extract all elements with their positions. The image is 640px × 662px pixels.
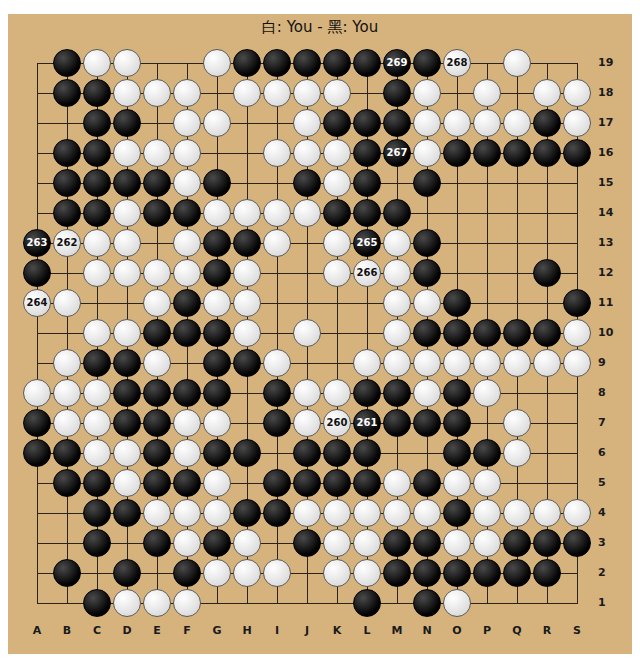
white-stone-Q6[interactable] bbox=[503, 439, 531, 467]
white-stone-G2[interactable] bbox=[203, 559, 231, 587]
black-stone-J3[interactable] bbox=[293, 529, 321, 557]
white-stone-C12[interactable] bbox=[83, 259, 111, 287]
white-stone-S9[interactable] bbox=[563, 349, 591, 377]
white-stone-J16[interactable] bbox=[293, 139, 321, 167]
black-stone-C3[interactable] bbox=[83, 529, 111, 557]
white-stone-B7[interactable] bbox=[53, 409, 81, 437]
white-stone-K8[interactable] bbox=[323, 379, 351, 407]
black-stone-265-L13[interactable]: 265 bbox=[353, 229, 381, 257]
column-label-P: P bbox=[472, 624, 502, 637]
white-stone-R9[interactable] bbox=[533, 349, 561, 377]
white-stone-D5[interactable] bbox=[113, 469, 141, 497]
black-stone-F11[interactable] bbox=[173, 289, 201, 317]
black-stone-C18[interactable] bbox=[83, 79, 111, 107]
black-stone-J6[interactable] bbox=[293, 439, 321, 467]
black-stone-M2[interactable] bbox=[383, 559, 411, 587]
white-stone-P5[interactable] bbox=[473, 469, 501, 497]
white-stone-G17[interactable] bbox=[203, 109, 231, 137]
black-stone-C5[interactable] bbox=[83, 469, 111, 497]
black-stone-I5[interactable] bbox=[263, 469, 291, 497]
black-stone-E15[interactable] bbox=[143, 169, 171, 197]
white-stone-E11[interactable] bbox=[143, 289, 171, 317]
white-stone-G14[interactable] bbox=[203, 199, 231, 227]
black-stone-B2[interactable] bbox=[53, 559, 81, 587]
white-stone-G5[interactable] bbox=[203, 469, 231, 497]
white-stone-M9[interactable] bbox=[383, 349, 411, 377]
black-stone-D4[interactable] bbox=[113, 499, 141, 527]
black-stone-P6[interactable] bbox=[473, 439, 501, 467]
white-stone-S10[interactable] bbox=[563, 319, 591, 347]
column-label-J: J bbox=[292, 624, 322, 637]
row-label-13: 13 bbox=[598, 236, 638, 249]
white-stone-M5[interactable] bbox=[383, 469, 411, 497]
white-stone-F1[interactable] bbox=[173, 589, 201, 617]
row-label-11: 11 bbox=[598, 296, 638, 309]
black-stone-N10[interactable] bbox=[413, 319, 441, 347]
white-stone-P9[interactable] bbox=[473, 349, 501, 377]
black-stone-O4[interactable] bbox=[443, 499, 471, 527]
white-stone-D10[interactable] bbox=[113, 319, 141, 347]
white-stone-F18[interactable] bbox=[173, 79, 201, 107]
white-stone-I14[interactable] bbox=[263, 199, 291, 227]
black-stone-L8[interactable] bbox=[353, 379, 381, 407]
row-label-7: 7 bbox=[598, 416, 638, 429]
row-label-14: 14 bbox=[598, 206, 638, 219]
black-stone-R3[interactable] bbox=[533, 529, 561, 557]
white-stone-J18[interactable] bbox=[293, 79, 321, 107]
row-label-6: 6 bbox=[598, 446, 638, 459]
row-label-12: 12 bbox=[598, 266, 638, 279]
black-stone-O16[interactable] bbox=[443, 139, 471, 167]
white-stone-S4[interactable] bbox=[563, 499, 591, 527]
black-stone-F5[interactable] bbox=[173, 469, 201, 497]
black-stone-R10[interactable] bbox=[533, 319, 561, 347]
white-stone-H18[interactable] bbox=[233, 79, 261, 107]
white-stone-L2[interactable] bbox=[353, 559, 381, 587]
white-stone-D13[interactable] bbox=[113, 229, 141, 257]
column-label-R: R bbox=[532, 624, 562, 637]
black-stone-269-M19[interactable]: 269 bbox=[383, 49, 411, 77]
white-stone-N4[interactable] bbox=[413, 499, 441, 527]
white-stone-N11[interactable] bbox=[413, 289, 441, 317]
black-stone-D9[interactable] bbox=[113, 349, 141, 377]
black-stone-G3[interactable] bbox=[203, 529, 231, 557]
black-stone-S16[interactable] bbox=[563, 139, 591, 167]
black-stone-C15[interactable] bbox=[83, 169, 111, 197]
black-stone-E8[interactable] bbox=[143, 379, 171, 407]
white-stone-F3[interactable] bbox=[173, 529, 201, 557]
row-label-18: 18 bbox=[598, 86, 638, 99]
black-stone-261-L7[interactable]: 261 bbox=[353, 409, 381, 437]
white-stone-I2[interactable] bbox=[263, 559, 291, 587]
black-stone-K6[interactable] bbox=[323, 439, 351, 467]
black-stone-I8[interactable] bbox=[263, 379, 291, 407]
white-stone-Q4[interactable] bbox=[503, 499, 531, 527]
white-stone-H2[interactable] bbox=[233, 559, 261, 587]
column-label-B: B bbox=[52, 624, 82, 637]
white-stone-K3[interactable] bbox=[323, 529, 351, 557]
black-stone-O6[interactable] bbox=[443, 439, 471, 467]
column-label-A: A bbox=[22, 624, 52, 637]
black-stone-R2[interactable] bbox=[533, 559, 561, 587]
black-stone-C4[interactable] bbox=[83, 499, 111, 527]
black-stone-J15[interactable] bbox=[293, 169, 321, 197]
column-label-N: N bbox=[412, 624, 442, 637]
black-stone-F2[interactable] bbox=[173, 559, 201, 587]
black-stone-G8[interactable] bbox=[203, 379, 231, 407]
black-stone-263-A13[interactable]: 263 bbox=[23, 229, 51, 257]
white-stone-264-A11[interactable]: 264 bbox=[23, 289, 51, 317]
row-label-9: 9 bbox=[598, 356, 638, 369]
white-stone-D14[interactable] bbox=[113, 199, 141, 227]
black-stone-C14[interactable] bbox=[83, 199, 111, 227]
white-stone-J14[interactable] bbox=[293, 199, 321, 227]
white-stone-G4[interactable] bbox=[203, 499, 231, 527]
white-stone-J4[interactable] bbox=[293, 499, 321, 527]
white-stone-E4[interactable] bbox=[143, 499, 171, 527]
black-stone-P10[interactable] bbox=[473, 319, 501, 347]
black-stone-K17[interactable] bbox=[323, 109, 351, 137]
black-stone-C9[interactable] bbox=[83, 349, 111, 377]
white-stone-K18[interactable] bbox=[323, 79, 351, 107]
row-label-2: 2 bbox=[598, 566, 638, 579]
white-stone-266-L12[interactable]: 266 bbox=[353, 259, 381, 287]
white-stone-K12[interactable] bbox=[323, 259, 351, 287]
black-stone-O2[interactable] bbox=[443, 559, 471, 587]
black-stone-G9[interactable] bbox=[203, 349, 231, 377]
white-stone-D16[interactable] bbox=[113, 139, 141, 167]
black-stone-D8[interactable] bbox=[113, 379, 141, 407]
white-stone-Q7[interactable] bbox=[503, 409, 531, 437]
black-stone-D2[interactable] bbox=[113, 559, 141, 587]
white-stone-Q17[interactable] bbox=[503, 109, 531, 137]
white-stone-J10[interactable] bbox=[293, 319, 321, 347]
white-stone-F16[interactable] bbox=[173, 139, 201, 167]
black-stone-K14[interactable] bbox=[323, 199, 351, 227]
white-stone-O3[interactable] bbox=[443, 529, 471, 557]
black-stone-I4[interactable] bbox=[263, 499, 291, 527]
white-stone-L3[interactable] bbox=[353, 529, 381, 557]
black-stone-E5[interactable] bbox=[143, 469, 171, 497]
white-stone-I9[interactable] bbox=[263, 349, 291, 377]
white-stone-D19[interactable] bbox=[113, 49, 141, 77]
white-stone-H11[interactable] bbox=[233, 289, 261, 317]
white-stone-M12[interactable] bbox=[383, 259, 411, 287]
column-label-Q: Q bbox=[502, 624, 532, 637]
column-label-I: I bbox=[262, 624, 292, 637]
white-stone-F13[interactable] bbox=[173, 229, 201, 257]
black-stone-I19[interactable] bbox=[263, 49, 291, 77]
black-stone-S3[interactable] bbox=[563, 529, 591, 557]
white-stone-N9[interactable] bbox=[413, 349, 441, 377]
black-stone-H19[interactable] bbox=[233, 49, 261, 77]
black-stone-R12[interactable] bbox=[533, 259, 561, 287]
white-stone-P17[interactable] bbox=[473, 109, 501, 137]
white-stone-F17[interactable] bbox=[173, 109, 201, 137]
white-stone-S17[interactable] bbox=[563, 109, 591, 137]
black-stone-M7[interactable] bbox=[383, 409, 411, 437]
black-stone-E3[interactable] bbox=[143, 529, 171, 557]
black-stone-N19[interactable] bbox=[413, 49, 441, 77]
white-stone-K16[interactable] bbox=[323, 139, 351, 167]
black-stone-K5[interactable] bbox=[323, 469, 351, 497]
black-stone-C1[interactable] bbox=[83, 589, 111, 617]
black-stone-A7[interactable] bbox=[23, 409, 51, 437]
white-stone-D6[interactable] bbox=[113, 439, 141, 467]
black-stone-267-M16[interactable]: 267 bbox=[383, 139, 411, 167]
black-stone-D17[interactable] bbox=[113, 109, 141, 137]
white-stone-H10[interactable] bbox=[233, 319, 261, 347]
white-stone-Q9[interactable] bbox=[503, 349, 531, 377]
black-stone-N15[interactable] bbox=[413, 169, 441, 197]
white-stone-H14[interactable] bbox=[233, 199, 261, 227]
black-stone-L15[interactable] bbox=[353, 169, 381, 197]
black-stone-R16[interactable] bbox=[533, 139, 561, 167]
black-stone-N1[interactable] bbox=[413, 589, 441, 617]
white-stone-G19[interactable] bbox=[203, 49, 231, 77]
black-stone-L14[interactable] bbox=[353, 199, 381, 227]
white-stone-F7[interactable] bbox=[173, 409, 201, 437]
column-label-S: S bbox=[562, 624, 592, 637]
black-stone-L17[interactable] bbox=[353, 109, 381, 137]
white-stone-N8[interactable] bbox=[413, 379, 441, 407]
black-stone-B5[interactable] bbox=[53, 469, 81, 497]
white-stone-R18[interactable] bbox=[533, 79, 561, 107]
go-board-panel: 白: You - 黑: You 269268267263262265266264… bbox=[8, 14, 632, 654]
white-stone-O5[interactable] bbox=[443, 469, 471, 497]
white-stone-F6[interactable] bbox=[173, 439, 201, 467]
column-label-G: G bbox=[202, 624, 232, 637]
white-stone-M11[interactable] bbox=[383, 289, 411, 317]
row-label-10: 10 bbox=[598, 326, 638, 339]
white-stone-E12[interactable] bbox=[143, 259, 171, 287]
black-stone-N13[interactable] bbox=[413, 229, 441, 257]
black-stone-L6[interactable] bbox=[353, 439, 381, 467]
black-stone-G10[interactable] bbox=[203, 319, 231, 347]
white-stone-O9[interactable] bbox=[443, 349, 471, 377]
white-stone-L9[interactable] bbox=[353, 349, 381, 377]
black-stone-L1[interactable] bbox=[353, 589, 381, 617]
black-stone-L5[interactable] bbox=[353, 469, 381, 497]
game-title: 白: You - 黑: You bbox=[8, 18, 632, 37]
white-stone-H12[interactable] bbox=[233, 259, 261, 287]
white-stone-M13[interactable] bbox=[383, 229, 411, 257]
black-stone-K19[interactable] bbox=[323, 49, 351, 77]
black-stone-E7[interactable] bbox=[143, 409, 171, 437]
white-stone-L4[interactable] bbox=[353, 499, 381, 527]
go-app-window: 白: You - 黑: You 269268267263262265266264… bbox=[0, 0, 640, 662]
row-label-19: 19 bbox=[598, 56, 638, 69]
white-stone-C8[interactable] bbox=[83, 379, 111, 407]
black-stone-M14[interactable] bbox=[383, 199, 411, 227]
black-stone-O11[interactable] bbox=[443, 289, 471, 317]
column-label-C: C bbox=[82, 624, 112, 637]
black-stone-G12[interactable] bbox=[203, 259, 231, 287]
white-stone-M4[interactable] bbox=[383, 499, 411, 527]
white-stone-G11[interactable] bbox=[203, 289, 231, 317]
white-stone-D1[interactable] bbox=[113, 589, 141, 617]
white-stone-P18[interactable] bbox=[473, 79, 501, 107]
row-label-8: 8 bbox=[598, 386, 638, 399]
white-stone-J17[interactable] bbox=[293, 109, 321, 137]
black-stone-A6[interactable] bbox=[23, 439, 51, 467]
black-stone-M18[interactable] bbox=[383, 79, 411, 107]
row-label-17: 17 bbox=[598, 116, 638, 129]
white-stone-C7[interactable] bbox=[83, 409, 111, 437]
black-stone-B18[interactable] bbox=[53, 79, 81, 107]
white-stone-K15[interactable] bbox=[323, 169, 351, 197]
black-stone-B15[interactable] bbox=[53, 169, 81, 197]
black-stone-F8[interactable] bbox=[173, 379, 201, 407]
white-stone-H3[interactable] bbox=[233, 529, 261, 557]
white-stone-P8[interactable] bbox=[473, 379, 501, 407]
row-label-16: 16 bbox=[598, 146, 638, 159]
row-label-3: 3 bbox=[598, 536, 638, 549]
white-stone-D12[interactable] bbox=[113, 259, 141, 287]
black-stone-B6[interactable] bbox=[53, 439, 81, 467]
white-stone-I13[interactable] bbox=[263, 229, 291, 257]
white-stone-I18[interactable] bbox=[263, 79, 291, 107]
black-stone-O8[interactable] bbox=[443, 379, 471, 407]
column-label-L: L bbox=[352, 624, 382, 637]
row-label-4: 4 bbox=[598, 506, 638, 519]
white-stone-S18[interactable] bbox=[563, 79, 591, 107]
white-stone-B8[interactable] bbox=[53, 379, 81, 407]
black-stone-Q3[interactable] bbox=[503, 529, 531, 557]
column-label-E: E bbox=[142, 624, 172, 637]
white-stone-260-K7[interactable]: 260 bbox=[323, 409, 351, 437]
white-stone-C6[interactable] bbox=[83, 439, 111, 467]
white-stone-J8[interactable] bbox=[293, 379, 321, 407]
black-stone-F14[interactable] bbox=[173, 199, 201, 227]
black-stone-Q16[interactable] bbox=[503, 139, 531, 167]
black-stone-P16[interactable] bbox=[473, 139, 501, 167]
white-stone-J7[interactable] bbox=[293, 409, 321, 437]
row-label-15: 15 bbox=[598, 176, 638, 189]
black-stone-Q2[interactable] bbox=[503, 559, 531, 587]
white-stone-F15[interactable] bbox=[173, 169, 201, 197]
black-stone-E6[interactable] bbox=[143, 439, 171, 467]
white-stone-F4[interactable] bbox=[173, 499, 201, 527]
white-stone-B11[interactable] bbox=[53, 289, 81, 317]
black-stone-B16[interactable] bbox=[53, 139, 81, 167]
white-stone-C19[interactable] bbox=[83, 49, 111, 77]
black-stone-L16[interactable] bbox=[353, 139, 381, 167]
white-stone-C13[interactable] bbox=[83, 229, 111, 257]
black-stone-H4[interactable] bbox=[233, 499, 261, 527]
black-stone-L19[interactable] bbox=[353, 49, 381, 77]
white-stone-C10[interactable] bbox=[83, 319, 111, 347]
black-stone-C17[interactable] bbox=[83, 109, 111, 137]
column-label-F: F bbox=[172, 624, 202, 637]
white-stone-O17[interactable] bbox=[443, 109, 471, 137]
black-stone-O7[interactable] bbox=[443, 409, 471, 437]
black-stone-A12[interactable] bbox=[23, 259, 51, 287]
white-stone-K2[interactable] bbox=[323, 559, 351, 587]
black-stone-S11[interactable] bbox=[563, 289, 591, 317]
row-label-5: 5 bbox=[598, 476, 638, 489]
black-stone-E14[interactable] bbox=[143, 199, 171, 227]
black-stone-H6[interactable] bbox=[233, 439, 261, 467]
black-stone-M17[interactable] bbox=[383, 109, 411, 137]
white-stone-O1[interactable] bbox=[443, 589, 471, 617]
black-stone-N3[interactable] bbox=[413, 529, 441, 557]
white-stone-A8[interactable] bbox=[23, 379, 51, 407]
white-stone-K13[interactable] bbox=[323, 229, 351, 257]
white-stone-N16[interactable] bbox=[413, 139, 441, 167]
black-stone-G6[interactable] bbox=[203, 439, 231, 467]
black-stone-H13[interactable] bbox=[233, 229, 261, 257]
black-stone-B14[interactable] bbox=[53, 199, 81, 227]
column-label-H: H bbox=[232, 624, 262, 637]
white-stone-R4[interactable] bbox=[533, 499, 561, 527]
white-stone-D18[interactable] bbox=[113, 79, 141, 107]
black-stone-D7[interactable] bbox=[113, 409, 141, 437]
white-stone-E1[interactable] bbox=[143, 589, 171, 617]
black-stone-N7[interactable] bbox=[413, 409, 441, 437]
white-stone-E16[interactable] bbox=[143, 139, 171, 167]
black-stone-R17[interactable] bbox=[533, 109, 561, 137]
black-stone-Q10[interactable] bbox=[503, 319, 531, 347]
black-stone-N2[interactable] bbox=[413, 559, 441, 587]
black-stone-F10[interactable] bbox=[173, 319, 201, 347]
black-stone-J19[interactable] bbox=[293, 49, 321, 77]
white-stone-P4[interactable] bbox=[473, 499, 501, 527]
black-stone-C16[interactable] bbox=[83, 139, 111, 167]
white-stone-E18[interactable] bbox=[143, 79, 171, 107]
column-label-D: D bbox=[112, 624, 142, 637]
column-label-K: K bbox=[322, 624, 352, 637]
black-stone-M3[interactable] bbox=[383, 529, 411, 557]
white-stone-262-B13[interactable]: 262 bbox=[53, 229, 81, 257]
row-label-1: 1 bbox=[598, 596, 638, 609]
black-stone-D15[interactable] bbox=[113, 169, 141, 197]
black-stone-N12[interactable] bbox=[413, 259, 441, 287]
white-stone-B9[interactable] bbox=[53, 349, 81, 377]
black-stone-O10[interactable] bbox=[443, 319, 471, 347]
column-label-M: M bbox=[382, 624, 412, 637]
white-stone-G7[interactable] bbox=[203, 409, 231, 437]
white-stone-F12[interactable] bbox=[173, 259, 201, 287]
white-stone-N18[interactable] bbox=[413, 79, 441, 107]
black-stone-G15[interactable] bbox=[203, 169, 231, 197]
black-stone-N5[interactable] bbox=[413, 469, 441, 497]
black-stone-G13[interactable] bbox=[203, 229, 231, 257]
black-stone-B19[interactable] bbox=[53, 49, 81, 77]
column-label-O: O bbox=[442, 624, 472, 637]
white-stone-K4[interactable] bbox=[323, 499, 351, 527]
white-stone-I16[interactable] bbox=[263, 139, 291, 167]
black-stone-M8[interactable] bbox=[383, 379, 411, 407]
black-stone-E10[interactable] bbox=[143, 319, 171, 347]
white-stone-E9[interactable] bbox=[143, 349, 171, 377]
white-stone-M10[interactable] bbox=[383, 319, 411, 347]
white-stone-P3[interactable] bbox=[473, 529, 501, 557]
white-stone-268-O19[interactable]: 268 bbox=[443, 49, 471, 77]
white-stone-Q19[interactable] bbox=[503, 49, 531, 77]
black-stone-H9[interactable] bbox=[233, 349, 261, 377]
black-stone-P2[interactable] bbox=[473, 559, 501, 587]
black-stone-J5[interactable] bbox=[293, 469, 321, 497]
black-stone-I7[interactable] bbox=[263, 409, 291, 437]
white-stone-N17[interactable] bbox=[413, 109, 441, 137]
